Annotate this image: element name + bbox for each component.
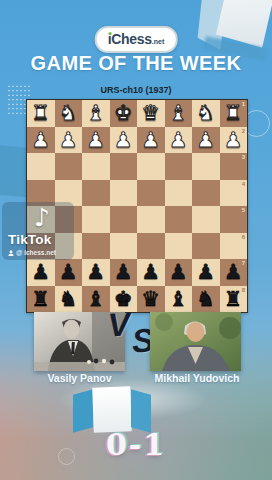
square-a8: ♜8 <box>220 286 248 313</box>
square-d3 <box>137 153 165 180</box>
black-pawn: ♟ <box>82 259 110 286</box>
square-f4 <box>82 180 110 207</box>
player-name-white: Vasily Panov <box>22 372 137 384</box>
brand-rest: Chess <box>111 31 152 47</box>
square-e1: ♚ <box>110 100 138 127</box>
white-rook: ♜ <box>27 100 55 127</box>
square-c7: ♟ <box>165 259 193 286</box>
square-c8: ♝ <box>165 286 193 313</box>
square-d8: ♛ <box>137 286 165 313</box>
square-c5 <box>165 206 193 233</box>
square-c6 <box>165 233 193 260</box>
white-pawn: ♟ <box>137 127 165 154</box>
white-queen: ♛ <box>137 100 165 127</box>
square-f2: ♟ <box>82 127 110 154</box>
event-label: URS-ch10 (1937) <box>0 85 272 95</box>
square-a2: ♟2 <box>220 127 248 154</box>
square-e4 <box>110 180 138 207</box>
rank-label: 4 <box>242 181 245 187</box>
square-b4 <box>192 180 220 207</box>
square-h8: ♜ <box>27 286 55 313</box>
square-c2: ♟ <box>165 127 193 154</box>
square-b8: ♞ <box>192 286 220 313</box>
person-icon <box>8 250 14 256</box>
tiktok-note-icon: ♪ <box>34 205 54 231</box>
white-bishop: ♝ <box>165 100 193 127</box>
square-h7: ♟ <box>27 259 55 286</box>
square-h3 <box>27 153 55 180</box>
rank-label: 5 <box>242 207 245 213</box>
square-e5 <box>110 206 138 233</box>
square-d1: ♛ <box>137 100 165 127</box>
square-e3 <box>110 153 138 180</box>
white-pawn: ♟ <box>82 127 110 154</box>
tiktok-app-name: TikTok <box>8 232 72 247</box>
square-f1: ♝ <box>82 100 110 127</box>
black-queen: ♛ <box>137 286 165 313</box>
square-f8: ♝ <box>82 286 110 313</box>
square-a7: ♟7 <box>220 259 248 286</box>
square-a4: 4 <box>220 180 248 207</box>
white-king: ♚ <box>110 100 138 127</box>
square-f6 <box>82 233 110 260</box>
square-d2: ♟ <box>137 127 165 154</box>
black-pawn: ♟ <box>27 259 55 286</box>
square-c3 <box>165 153 193 180</box>
black-bishop: ♝ <box>165 286 193 313</box>
square-b6 <box>192 233 220 260</box>
square-d6 <box>137 233 165 260</box>
square-a6: 6 <box>220 233 248 260</box>
white-knight: ♞ <box>192 100 220 127</box>
square-a5: 5 <box>220 206 248 233</box>
brand-text: iChess <box>108 31 152 47</box>
black-knight: ♞ <box>192 286 220 313</box>
square-c1: ♝ <box>165 100 193 127</box>
game-result: 0-1 <box>0 427 272 462</box>
white-knight: ♞ <box>55 100 83 127</box>
square-d5 <box>137 206 165 233</box>
square-b3 <box>192 153 220 180</box>
square-h2: ♟ <box>27 127 55 154</box>
cube-face <box>92 386 132 432</box>
square-c4 <box>165 180 193 207</box>
tiktok-handle: @ ichess.net <box>8 249 72 256</box>
square-g8: ♞ <box>55 286 83 313</box>
black-pawn: ♟ <box>137 259 165 286</box>
square-a1: ♜1 <box>220 100 248 127</box>
tiktok-handle-text: @ ichess.net <box>16 249 56 256</box>
square-e7: ♟ <box>110 259 138 286</box>
square-e2: ♟ <box>110 127 138 154</box>
white-pawn: ♟ <box>27 127 55 154</box>
rank-label: 3 <box>242 154 245 160</box>
black-pawn: ♟ <box>110 259 138 286</box>
video-frame: iChess.net GAME OF THE WEEK URS-ch10 (19… <box>0 0 272 480</box>
square-d7: ♟ <box>137 259 165 286</box>
black-bishop: ♝ <box>82 286 110 313</box>
rank-label: 1 <box>242 101 245 107</box>
page-title: GAME OF THE WEEK <box>0 52 272 75</box>
square-d4 <box>137 180 165 207</box>
white-pawn: ♟ <box>110 127 138 154</box>
white-pawn: ♟ <box>55 127 83 154</box>
square-g7: ♟ <box>55 259 83 286</box>
square-g3 <box>55 153 83 180</box>
black-knight: ♞ <box>55 286 83 313</box>
square-e6 <box>110 233 138 260</box>
square-b2: ♟ <box>192 127 220 154</box>
square-g1: ♞ <box>55 100 83 127</box>
square-g2: ♟ <box>55 127 83 154</box>
tiktok-watermark: ♪ TikTok @ ichess.net <box>2 202 74 260</box>
square-b5 <box>192 206 220 233</box>
rank-label: 7 <box>242 260 245 266</box>
vs-letter-v: V <box>107 305 131 344</box>
square-a3: 3 <box>220 153 248 180</box>
square-h1: ♜ <box>27 100 55 127</box>
black-pawn: ♟ <box>165 259 193 286</box>
white-pawn: ♟ <box>192 127 220 154</box>
rank-label: 8 <box>242 287 245 293</box>
square-f5 <box>82 206 110 233</box>
brand-suffix: .net <box>152 38 164 45</box>
square-b7: ♟ <box>192 259 220 286</box>
brand-i: i <box>108 31 112 47</box>
square-f7: ♟ <box>82 259 110 286</box>
white-pawn: ♟ <box>165 127 193 154</box>
photo-yudovich <box>150 312 241 371</box>
white-bishop: ♝ <box>82 100 110 127</box>
rank-label: 2 <box>242 128 245 134</box>
square-b1: ♞ <box>192 100 220 127</box>
player-name-black: Mikhail Yudovich <box>142 372 252 384</box>
ichess-logo-badge: iChess.net <box>95 26 178 53</box>
black-pawn: ♟ <box>192 259 220 286</box>
black-pawn: ♟ <box>55 259 83 286</box>
square-f3 <box>82 153 110 180</box>
rank-label: 6 <box>242 234 245 240</box>
black-rook: ♜ <box>27 286 55 313</box>
